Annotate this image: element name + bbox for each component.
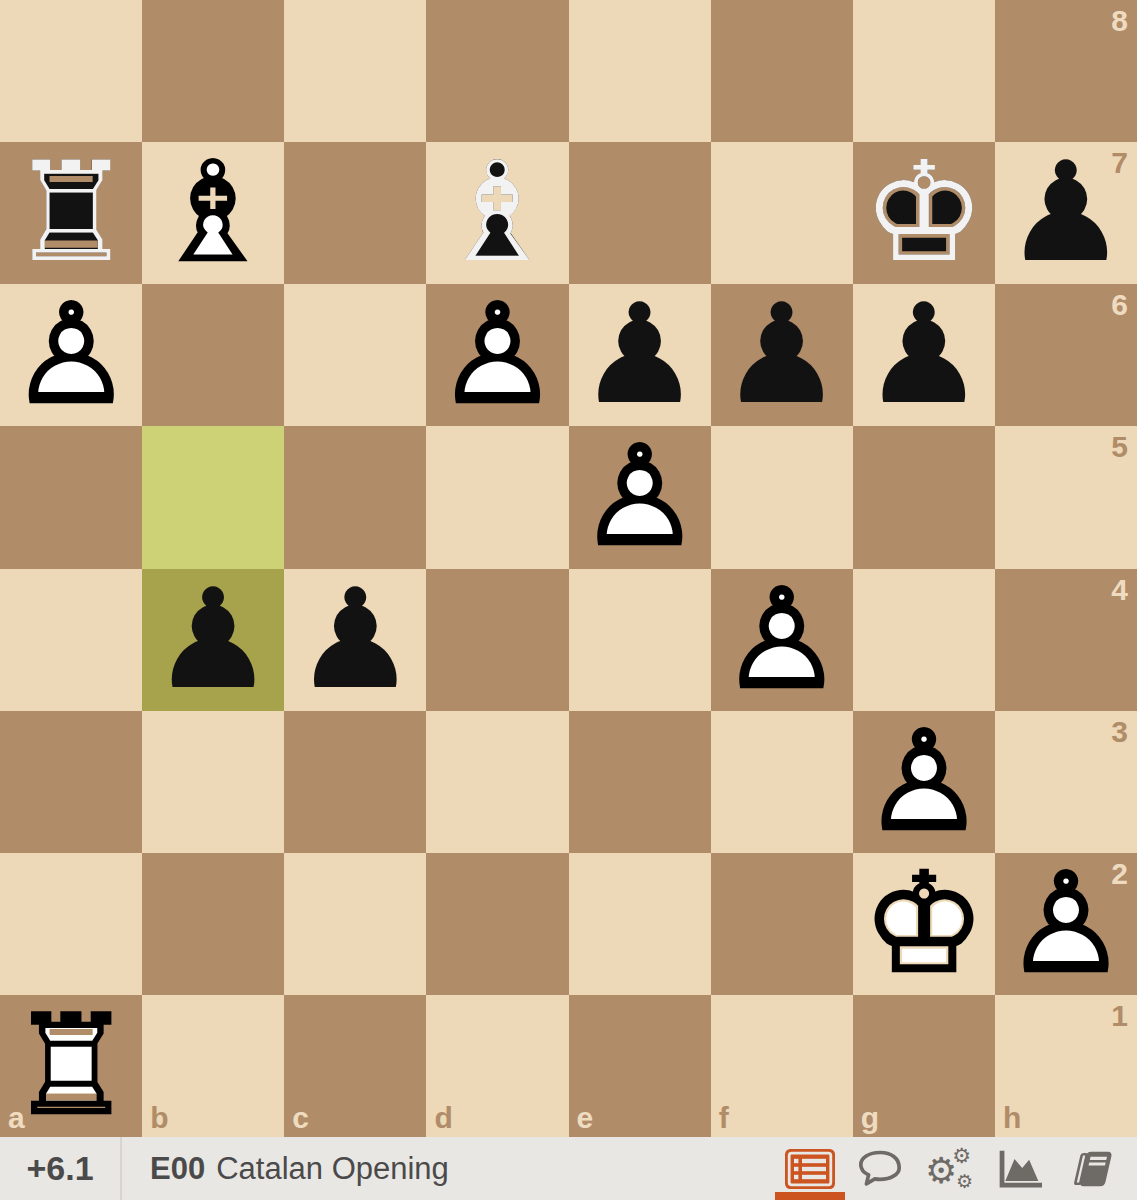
square-a2[interactable] <box>0 853 142 995</box>
square-h5[interactable]: 5 <box>995 426 1137 568</box>
square-c7[interactable] <box>284 142 426 284</box>
file-label-g: g <box>861 1103 879 1133</box>
square-f1[interactable]: f <box>711 995 853 1137</box>
square-a7[interactable]: ♜♖ <box>0 142 142 284</box>
gear-icon: ⚙ <box>956 1172 973 1191</box>
piece-white-pawn-e5[interactable]: ♟♙ <box>569 426 711 568</box>
chess-board[interactable]: 8♜♖♝♗♝♗♚♔♟♙7♟♙♟♙♟♙♟♙♟♙6♟♙5♟♙♟♙♟♙4♟♙3♚♔♟♙… <box>0 0 1137 1137</box>
square-c6[interactable] <box>284 284 426 426</box>
square-h7[interactable]: ♟♙7 <box>995 142 1137 284</box>
opening-code: E00 <box>150 1151 205 1187</box>
piece-black-pawn-f6[interactable]: ♟♙ <box>711 284 853 426</box>
square-a8[interactable] <box>0 0 142 142</box>
piece-black-rook-a7[interactable]: ♜♖ <box>0 142 142 284</box>
square-a3[interactable] <box>0 711 142 853</box>
square-b8[interactable] <box>142 0 284 142</box>
black-king-outline: ♔ <box>862 144 986 282</box>
square-h2[interactable]: ♟♙2 <box>995 853 1137 995</box>
piece-black-pawn-g6[interactable]: ♟♙ <box>853 284 995 426</box>
black-bishop-outline: ♗ <box>436 144 560 282</box>
square-f2[interactable] <box>711 853 853 995</box>
square-g6[interactable]: ♟♙ <box>853 284 995 426</box>
square-c3[interactable] <box>284 711 426 853</box>
square-f7[interactable] <box>711 142 853 284</box>
square-h4[interactable]: 4 <box>995 569 1137 711</box>
square-a1[interactable]: ♜♖a <box>0 995 142 1137</box>
file-label-c: c <box>292 1103 309 1133</box>
piece-white-pawn-a6[interactable]: ♟♙ <box>0 284 142 426</box>
square-c2[interactable] <box>284 853 426 995</box>
rank-label-7: 7 <box>1111 148 1128 178</box>
white-pawn-outline: ♙ <box>862 713 986 851</box>
white-pawn-outline: ♙ <box>1004 855 1128 993</box>
square-c4[interactable]: ♟♙ <box>284 569 426 711</box>
file-label-b: b <box>150 1103 168 1133</box>
black-pawn-icon: ♟ <box>293 571 417 709</box>
divider <box>120 1137 122 1200</box>
file-label-a: a <box>8 1103 25 1133</box>
black-pawn-icon: ♟ <box>151 571 275 709</box>
square-f5[interactable] <box>711 426 853 568</box>
evaluation-score: +6.1 <box>0 1137 120 1200</box>
square-c5[interactable] <box>284 426 426 568</box>
file-label-e: e <box>577 1103 594 1133</box>
area-chart-glyph <box>996 1147 1044 1191</box>
square-d2[interactable] <box>426 853 568 995</box>
rank-label-6: 6 <box>1111 290 1128 320</box>
square-g5[interactable] <box>853 426 995 568</box>
square-d5[interactable] <box>426 426 568 568</box>
square-e3[interactable] <box>569 711 711 853</box>
square-g1[interactable]: g <box>853 995 995 1137</box>
square-e4[interactable] <box>569 569 711 711</box>
rank-label-5: 5 <box>1111 432 1128 462</box>
move-list-icon[interactable] <box>775 1137 845 1200</box>
piece-white-king-g2[interactable]: ♚♔ <box>853 853 995 995</box>
square-b7[interactable]: ♝♗ <box>142 142 284 284</box>
square-f8[interactable] <box>711 0 853 142</box>
piece-white-pawn-d6[interactable]: ♟♙ <box>426 284 568 426</box>
black-rook-outline: ♖ <box>9 144 133 282</box>
file-label-h: h <box>1003 1103 1021 1133</box>
file-label-f: f <box>719 1103 729 1133</box>
square-a5[interactable] <box>0 426 142 568</box>
chat-bubble-glyph <box>856 1148 904 1190</box>
rank-label-1: 1 <box>1111 1001 1128 1031</box>
square-d4[interactable] <box>426 569 568 711</box>
square-b5[interactable] <box>142 426 284 568</box>
square-g3[interactable]: ♟♙ <box>853 711 995 853</box>
file-label-d: d <box>434 1103 452 1133</box>
piece-white-bishop-b7[interactable]: ♝♗ <box>142 142 284 284</box>
square-e6[interactable]: ♟♙ <box>569 284 711 426</box>
white-king-outline: ♔ <box>862 855 986 993</box>
gear-icon: ⚙ <box>952 1146 971 1167</box>
square-e5[interactable]: ♟♙ <box>569 426 711 568</box>
black-pawn-icon: ♟ <box>862 286 986 424</box>
square-f3[interactable] <box>711 711 853 853</box>
piece-black-bishop-d7[interactable]: ♝♗ <box>426 142 568 284</box>
square-e7[interactable] <box>569 142 711 284</box>
black-pawn-icon: ♟ <box>720 286 844 424</box>
white-rook-outline: ♖ <box>9 997 133 1135</box>
square-h8[interactable]: 8 <box>995 0 1137 142</box>
piece-black-pawn-e6[interactable]: ♟♙ <box>569 284 711 426</box>
piece-white-pawn-g3[interactable]: ♟♙ <box>853 711 995 853</box>
settings-gears-icon[interactable]: ⚙ ⚙ ⚙ <box>915 1137 985 1200</box>
square-g8[interactable] <box>853 0 995 142</box>
square-c1[interactable]: c <box>284 995 426 1137</box>
chat-icon[interactable] <box>845 1137 915 1200</box>
square-d3[interactable] <box>426 711 568 853</box>
square-h6[interactable]: 6 <box>995 284 1137 426</box>
square-c8[interactable] <box>284 0 426 142</box>
square-d6[interactable]: ♟♙ <box>426 284 568 426</box>
opening-label: E00 Catalan Opening <box>150 1137 449 1200</box>
square-g2[interactable]: ♚♔ <box>853 853 995 995</box>
status-bar: +6.1 E00 Catalan Opening ⚙ <box>0 1137 1137 1200</box>
book-glyph <box>1067 1148 1113 1190</box>
piece-black-pawn-c4[interactable]: ♟♙ <box>284 569 426 711</box>
rank-label-2: 2 <box>1111 859 1128 889</box>
square-b1[interactable]: b <box>142 995 284 1137</box>
square-g7[interactable]: ♚♔ <box>853 142 995 284</box>
white-pawn-outline: ♙ <box>578 428 702 566</box>
piece-black-pawn-b4[interactable]: ♟♙ <box>142 569 284 711</box>
white-pawn-outline: ♙ <box>9 286 133 424</box>
piece-white-pawn-f4[interactable]: ♟♙ <box>711 569 853 711</box>
piece-black-king-g7[interactable]: ♚♔ <box>853 142 995 284</box>
square-b4[interactable]: ♟♙ <box>142 569 284 711</box>
square-b2[interactable] <box>142 853 284 995</box>
rank-label-3: 3 <box>1111 717 1128 747</box>
square-a6[interactable]: ♟♙ <box>0 284 142 426</box>
square-g4[interactable] <box>853 569 995 711</box>
rank-label-4: 4 <box>1111 575 1128 605</box>
white-bishop-outline: ♗ <box>151 144 275 282</box>
square-b6[interactable] <box>142 284 284 426</box>
square-b3[interactable] <box>142 711 284 853</box>
move-list-glyph <box>784 1148 836 1190</box>
square-d8[interactable] <box>426 0 568 142</box>
black-pawn-icon: ♟ <box>1004 144 1128 282</box>
square-d7[interactable]: ♝♗ <box>426 142 568 284</box>
square-d1[interactable]: d <box>426 995 568 1137</box>
square-h3[interactable]: 3 <box>995 711 1137 853</box>
analysis-chart-icon[interactable] <box>985 1137 1055 1200</box>
rank-label-8: 8 <box>1111 6 1128 36</box>
square-f4[interactable]: ♟♙ <box>711 569 853 711</box>
opening-name: Catalan Opening <box>216 1151 449 1187</box>
square-e2[interactable] <box>569 853 711 995</box>
square-e8[interactable] <box>569 0 711 142</box>
toolbar-icons: ⚙ ⚙ ⚙ <box>775 1137 1125 1200</box>
square-e1[interactable]: e <box>569 995 711 1137</box>
square-a4[interactable] <box>0 569 142 711</box>
white-pawn-outline: ♙ <box>720 571 844 709</box>
white-pawn-outline: ♙ <box>436 286 560 424</box>
square-h1[interactable]: 1h <box>995 995 1137 1137</box>
square-f6[interactable]: ♟♙ <box>711 284 853 426</box>
opening-book-icon[interactable] <box>1055 1137 1125 1200</box>
black-pawn-icon: ♟ <box>578 286 702 424</box>
